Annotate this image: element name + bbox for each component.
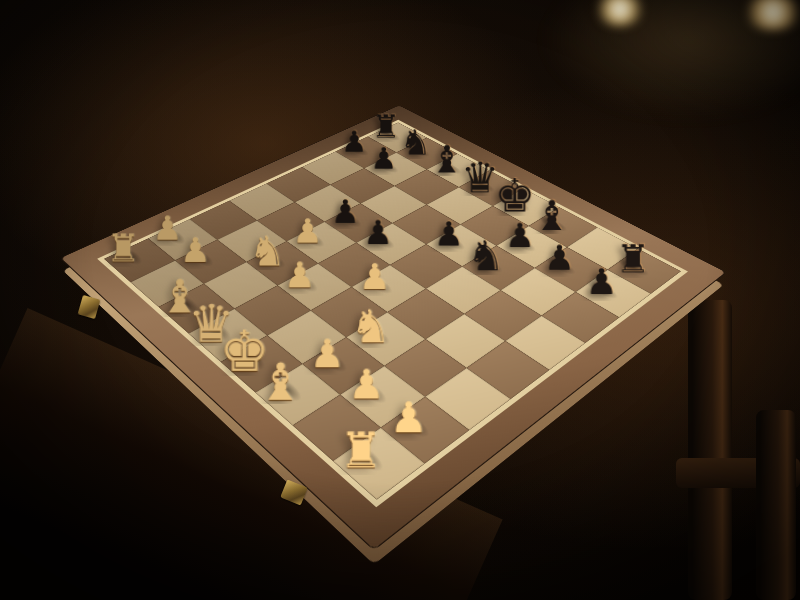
white-pawn-b2[interactable]: ♟ <box>170 225 221 276</box>
white-bishop-f1[interactable]: ♝ <box>250 352 311 413</box>
white-pawn-e4[interactable]: ♟ <box>348 250 401 303</box>
black-knight-f6[interactable]: ♞ <box>460 231 512 283</box>
chair <box>670 290 800 600</box>
scene: ♜♟♞♟♝♛♚♟♝♟♟♟♟♟♜♟♞♞♟♜♟♟♟♝♛♞♚♟♝♟♟♜ <box>0 0 800 600</box>
white-pawn-d3[interactable]: ♟ <box>273 249 326 302</box>
black-pawn-b7[interactable]: ♟ <box>361 136 406 181</box>
chair-leg <box>756 410 796 600</box>
playing-area: ♜♟♞♟♝♛♚♟♝♟♟♟♟♟♜♟♞♞♟♜♟♟♟♝♛♞♚♟♝♟♟♜ <box>97 120 688 508</box>
white-rook-a1[interactable]: ♜ <box>98 223 149 274</box>
board-perspective-wrapper: ♜♟♞♟♝♛♚♟♝♟♟♟♟♟♜♟♞♞♟♜♟♟♟♝♛♞♚♟♝♟♟♜ <box>155 30 625 500</box>
chair-leg <box>688 300 732 600</box>
white-rook-h1[interactable]: ♜ <box>328 418 394 484</box>
black-pawn-h7[interactable]: ♟ <box>575 255 629 309</box>
